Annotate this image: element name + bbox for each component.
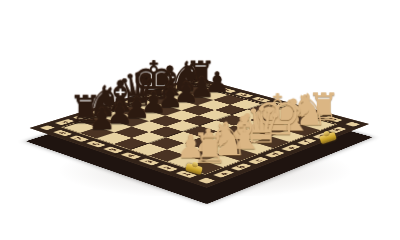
corner-tile — [197, 178, 214, 184]
coord-tile: a — [213, 170, 234, 178]
scene: abcdefgh8♜♞♝♛♚♝♞♜87♟♟♟♟♟♟♟♟7665544332♟♟♟… — [0, 0, 400, 240]
chess-set-photo: abcdefgh8♜♞♝♛♚♝♞♜87♟♟♟♟♟♟♟♟7665544332♟♟♟… — [0, 0, 400, 240]
coord-tile: 4 — [121, 152, 142, 159]
piece-dark-pawn-a7: ♟ — [71, 104, 132, 135]
corner-tile — [39, 125, 55, 130]
